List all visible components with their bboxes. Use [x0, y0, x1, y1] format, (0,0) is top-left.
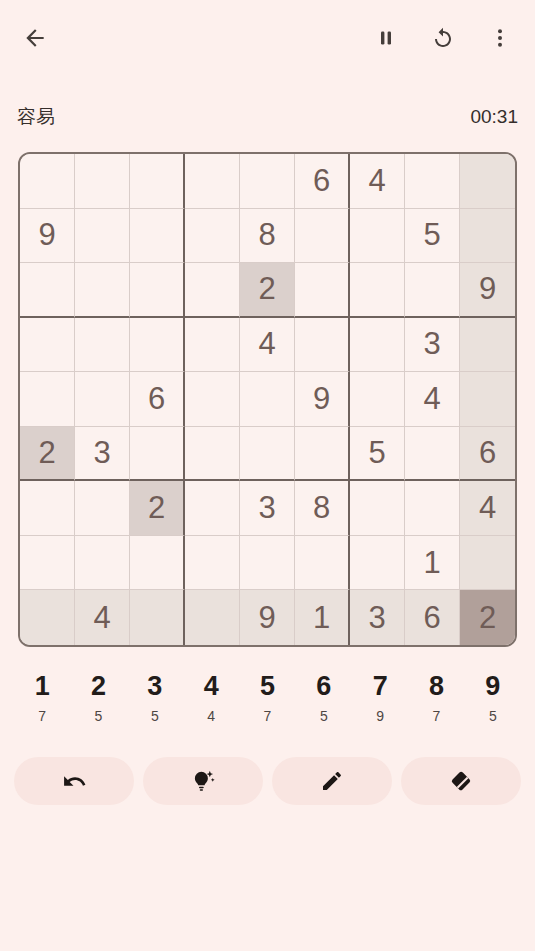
pad-remaining-count: 5	[151, 708, 159, 724]
cell-r1c1[interactable]	[20, 154, 75, 209]
cell-r4c3[interactable]	[130, 318, 185, 373]
cell-r3c1[interactable]	[20, 263, 75, 318]
cell-r9c4[interactable]	[185, 590, 240, 645]
pad-digit: 2	[91, 670, 106, 703]
cell-r2c5[interactable]: 8	[240, 209, 295, 264]
cell-r6c2[interactable]: 3	[75, 427, 130, 482]
cell-r5c2[interactable]	[75, 372, 130, 427]
cell-r6c8[interactable]	[405, 427, 460, 482]
topbar-actions	[373, 25, 513, 51]
cell-r3c6[interactable]	[295, 263, 350, 318]
cell-r6c4[interactable]	[185, 427, 240, 482]
cell-r9c6[interactable]: 1	[295, 590, 350, 645]
cell-r4c5[interactable]: 4	[240, 318, 295, 373]
back-arrow-icon	[22, 25, 48, 51]
cell-r1c4[interactable]	[185, 154, 240, 209]
cell-r3c3[interactable]	[130, 263, 185, 318]
game-info-row: 容易 00:31	[0, 103, 535, 131]
pad-remaining-count: 4	[207, 708, 215, 724]
cell-r4c8[interactable]: 3	[405, 318, 460, 373]
menu-button[interactable]	[487, 25, 513, 51]
cell-r4c4[interactable]	[185, 318, 240, 373]
cell-r5c8[interactable]: 4	[405, 372, 460, 427]
pad-key-2[interactable]: 25	[70, 670, 126, 724]
cell-r8c8[interactable]: 1	[405, 536, 460, 591]
pad-remaining-count: 9	[376, 708, 384, 724]
cell-r9c2[interactable]: 4	[75, 590, 130, 645]
cell-r3c5[interactable]: 2	[240, 263, 295, 318]
cell-r1c3[interactable]	[130, 154, 185, 209]
undo-button[interactable]	[14, 757, 134, 805]
pad-remaining-count: 5	[489, 708, 497, 724]
cell-r7c8[interactable]	[405, 481, 460, 536]
cell-r1c6[interactable]: 6	[295, 154, 350, 209]
cell-r5c9[interactable]	[460, 372, 515, 427]
notes-button[interactable]	[272, 757, 392, 805]
cell-r6c9[interactable]: 6	[460, 427, 515, 482]
pad-remaining-count: 5	[320, 708, 328, 724]
pad-digit: 1	[35, 670, 50, 703]
cell-r9c7[interactable]: 3	[350, 590, 405, 645]
cell-r3c7[interactable]	[350, 263, 405, 318]
pad-key-1[interactable]: 17	[14, 670, 70, 724]
cell-r9c8[interactable]: 6	[405, 590, 460, 645]
cell-r7c2[interactable]	[75, 481, 130, 536]
cell-r4c6[interactable]	[295, 318, 350, 373]
restart-icon	[431, 26, 455, 50]
cell-r5c5[interactable]	[240, 372, 295, 427]
eraser-icon	[448, 768, 474, 794]
cell-r3c2[interactable]	[75, 263, 130, 318]
cell-r1c8[interactable]	[405, 154, 460, 209]
pad-digit: 3	[147, 670, 162, 703]
cell-r4c9[interactable]	[460, 318, 515, 373]
pause-button[interactable]	[373, 25, 399, 51]
cell-r7c5[interactable]: 3	[240, 481, 295, 536]
cell-r5c1[interactable]	[20, 372, 75, 427]
pad-digit: 7	[373, 670, 388, 703]
sudoku-grid: 649852943694235623841491362	[18, 152, 517, 647]
pad-digit: 9	[485, 670, 500, 703]
undo-icon	[62, 769, 87, 794]
restart-button[interactable]	[430, 25, 456, 51]
cell-r5c4[interactable]	[185, 372, 240, 427]
number-pad: 172535445765798795	[14, 670, 521, 724]
overflow-menu-icon	[488, 26, 512, 50]
pad-key-8[interactable]: 87	[408, 670, 464, 724]
action-bar	[14, 757, 521, 805]
cell-r6c7[interactable]: 5	[350, 427, 405, 482]
cell-r2c6[interactable]	[295, 209, 350, 264]
lightbulb-sparkle-icon	[190, 768, 216, 794]
cell-r9c3[interactable]	[130, 590, 185, 645]
pad-digit: 4	[204, 670, 219, 703]
cell-r6c1[interactable]: 2	[20, 427, 75, 482]
cell-r8c4[interactable]	[185, 536, 240, 591]
cell-r8c1[interactable]	[20, 536, 75, 591]
back-button[interactable]	[22, 25, 48, 51]
cell-r6c6[interactable]	[295, 427, 350, 482]
cell-r7c7[interactable]	[350, 481, 405, 536]
cell-r2c9[interactable]	[460, 209, 515, 264]
hint-button[interactable]	[143, 757, 263, 805]
cell-r5c7[interactable]	[350, 372, 405, 427]
cell-r7c1[interactable]	[20, 481, 75, 536]
pad-digit: 5	[260, 670, 275, 703]
difficulty-label: 容易	[17, 103, 55, 131]
cell-r7c6[interactable]: 8	[295, 481, 350, 536]
cell-r4c2[interactable]	[75, 318, 130, 373]
cell-r8c9[interactable]	[460, 536, 515, 591]
cell-r9c9[interactable]: 2	[460, 590, 515, 645]
pad-key-5[interactable]: 57	[239, 670, 295, 724]
cell-r3c9[interactable]: 9	[460, 263, 515, 318]
board-wrapper: 649852943694235623841491362	[18, 152, 517, 647]
pad-key-3[interactable]: 35	[127, 670, 183, 724]
cell-r1c5[interactable]	[240, 154, 295, 209]
cell-r7c9[interactable]: 4	[460, 481, 515, 536]
cell-r1c7[interactable]: 4	[350, 154, 405, 209]
cell-r9c1[interactable]	[20, 590, 75, 645]
pad-key-7[interactable]: 79	[352, 670, 408, 724]
cell-r2c2[interactable]	[75, 209, 130, 264]
cell-r8c2[interactable]	[75, 536, 130, 591]
cell-r2c1[interactable]: 9	[20, 209, 75, 264]
cell-r3c4[interactable]	[185, 263, 240, 318]
cell-r2c7[interactable]	[350, 209, 405, 264]
pencil-icon	[320, 769, 344, 793]
pad-key-4[interactable]: 44	[183, 670, 239, 724]
pad-digit: 8	[429, 670, 444, 703]
cell-r5c3[interactable]: 6	[130, 372, 185, 427]
cell-r9c5[interactable]: 9	[240, 590, 295, 645]
cell-r4c7[interactable]	[350, 318, 405, 373]
cell-r8c3[interactable]	[130, 536, 185, 591]
pad-remaining-count: 7	[433, 708, 441, 724]
cell-r2c3[interactable]	[130, 209, 185, 264]
pad-digit: 6	[316, 670, 331, 703]
cell-r3c8[interactable]	[405, 263, 460, 318]
top-app-bar	[0, 0, 535, 76]
cell-r8c6[interactable]	[295, 536, 350, 591]
cell-r1c2[interactable]	[75, 154, 130, 209]
pad-remaining-count: 7	[264, 708, 272, 724]
cell-r6c5[interactable]	[240, 427, 295, 482]
pad-key-6[interactable]: 65	[296, 670, 352, 724]
cell-r7c4[interactable]	[185, 481, 240, 536]
pad-remaining-count: 7	[38, 708, 46, 724]
cell-r4c1[interactable]	[20, 318, 75, 373]
cell-r8c7[interactable]	[350, 536, 405, 591]
cell-r5c6[interactable]: 9	[295, 372, 350, 427]
cell-r1c9[interactable]	[460, 154, 515, 209]
cell-r7c3[interactable]: 2	[130, 481, 185, 536]
cell-r2c4[interactable]	[185, 209, 240, 264]
erase-button[interactable]	[401, 757, 521, 805]
timer: 00:31	[470, 103, 518, 131]
cell-r8c5[interactable]	[240, 536, 295, 591]
cell-r6c3[interactable]	[130, 427, 185, 482]
pause-icon	[374, 26, 398, 50]
pad-remaining-count: 5	[95, 708, 103, 724]
sudoku-screen: 容易 00:31 649852943694235623841491362 172…	[0, 0, 535, 951]
cell-r2c8[interactable]: 5	[405, 209, 460, 264]
pad-key-9[interactable]: 95	[465, 670, 521, 724]
